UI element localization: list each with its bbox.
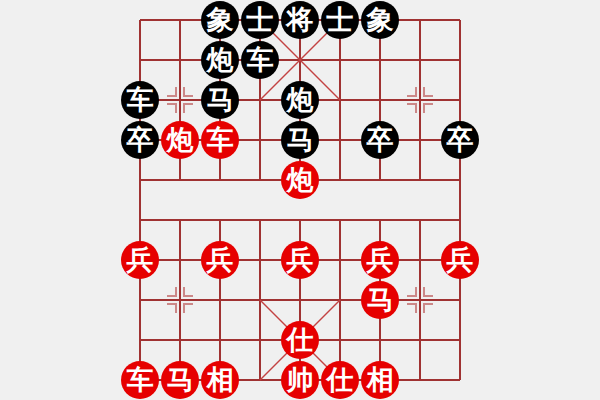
piece-red-advisor-2[interactable]: 仕 — [321, 361, 359, 399]
piece-red-chariot-2[interactable]: 车 — [121, 361, 159, 399]
piece-black-elephant-2[interactable]: 象 — [361, 1, 399, 39]
piece-red-chariot-1[interactable]: 车 — [201, 121, 239, 159]
piece-red-cannon-2[interactable]: 炮 — [281, 161, 319, 199]
piece-red-soldier-4[interactable]: 兵 — [361, 241, 399, 279]
board-grid: 象士将士象炮车车马炮卒炮车马卒卒炮兵兵兵兵兵马仕车马相帅仕相 — [120, 0, 480, 400]
piece-red-soldier-5[interactable]: 兵 — [441, 241, 479, 279]
piece-black-horse-2[interactable]: 马 — [281, 121, 319, 159]
piece-black-soldier-3[interactable]: 卒 — [441, 121, 479, 159]
piece-red-horse-2[interactable]: 马 — [161, 361, 199, 399]
piece-black-advisor-2[interactable]: 士 — [321, 1, 359, 39]
piece-black-soldier-2[interactable]: 卒 — [361, 121, 399, 159]
piece-red-soldier-1[interactable]: 兵 — [121, 241, 159, 279]
piece-black-horse-1[interactable]: 马 — [201, 81, 239, 119]
piece-red-soldier-3[interactable]: 兵 — [281, 241, 319, 279]
piece-red-elephant-2[interactable]: 相 — [361, 361, 399, 399]
piece-red-general[interactable]: 帅 — [281, 361, 319, 399]
piece-black-advisor-1[interactable]: 士 — [241, 1, 279, 39]
piece-black-chariot-2[interactable]: 车 — [121, 81, 159, 119]
piece-red-advisor-1[interactable]: 仕 — [281, 321, 319, 359]
piece-red-cannon-1[interactable]: 炮 — [161, 121, 199, 159]
piece-black-cannon-2[interactable]: 炮 — [281, 81, 319, 119]
piece-red-horse-1[interactable]: 马 — [361, 281, 399, 319]
piece-black-general[interactable]: 将 — [281, 1, 319, 39]
piece-black-elephant-1[interactable]: 象 — [201, 1, 239, 39]
piece-black-cannon-1[interactable]: 炮 — [201, 41, 239, 79]
xiangqi-board-screen: 象士将士象炮车车马炮卒炮车马卒卒炮兵兵兵兵兵马仕车马相帅仕相 — [0, 0, 600, 400]
piece-red-elephant-1[interactable]: 相 — [201, 361, 239, 399]
piece-black-soldier-1[interactable]: 卒 — [121, 121, 159, 159]
piece-black-chariot-1[interactable]: 车 — [241, 41, 279, 79]
piece-red-soldier-2[interactable]: 兵 — [201, 241, 239, 279]
